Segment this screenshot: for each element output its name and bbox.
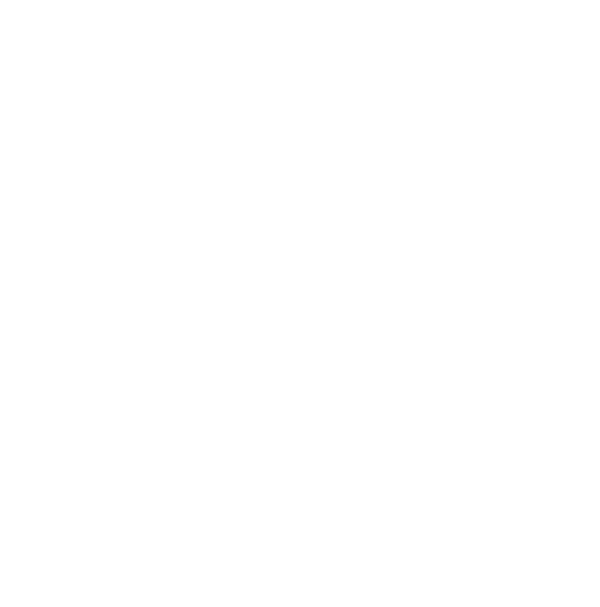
chess-board bbox=[0, 0, 600, 607]
